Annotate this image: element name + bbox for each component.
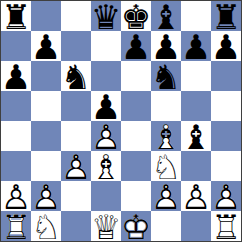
piece-glyph-outline: ♖	[211, 212, 241, 242]
piece-glyph-fill: ♟	[151, 182, 181, 212]
square-c5[interactable]	[61, 91, 91, 121]
square-a7[interactable]	[1, 31, 31, 61]
white-pawn-piece[interactable]: ♟♙	[31, 181, 61, 211]
black-bishop-piece[interactable]: ♝	[181, 121, 211, 151]
white-bishop-piece[interactable]: ♝♗	[91, 151, 121, 181]
square-h1[interactable]: ♜♖	[211, 211, 241, 241]
piece-glyph-solid: ♟	[151, 32, 181, 62]
square-c6[interactable]: ♞	[61, 61, 91, 91]
black-king-piece[interactable]: ♚	[121, 1, 151, 31]
black-pawn-piece[interactable]: ♟	[91, 91, 121, 121]
square-f1[interactable]	[151, 211, 181, 241]
piece-glyph-fill: ♝	[151, 122, 181, 152]
square-g6[interactable]	[181, 61, 211, 91]
piece-glyph-solid: ♜	[1, 2, 31, 32]
piece-glyph-solid: ♚	[121, 2, 151, 32]
square-a3[interactable]	[1, 151, 31, 181]
piece-glyph-solid: ♝	[151, 2, 181, 32]
square-f6[interactable]: ♞	[151, 61, 181, 91]
square-g3[interactable]	[181, 151, 211, 181]
white-pawn-piece[interactable]: ♟♙	[151, 181, 181, 211]
piece-glyph-outline: ♘	[151, 152, 181, 182]
white-rook-piece[interactable]: ♜♖	[211, 211, 241, 241]
white-bishop-piece[interactable]: ♝♗	[151, 121, 181, 151]
square-g1[interactable]	[181, 211, 211, 241]
square-c3[interactable]: ♟♙	[61, 151, 91, 181]
piece-glyph-outline: ♘	[31, 212, 61, 242]
square-b6[interactable]	[31, 61, 61, 91]
piece-glyph-fill: ♝	[91, 152, 121, 182]
square-c8[interactable]	[61, 1, 91, 31]
white-queen-piece[interactable]: ♛♕	[91, 211, 121, 241]
piece-glyph-solid: ♛	[91, 2, 121, 32]
black-knight-piece[interactable]: ♞	[61, 61, 91, 91]
piece-glyph-fill: ♟	[181, 182, 211, 212]
square-f7[interactable]: ♟	[151, 31, 181, 61]
piece-glyph-outline: ♙	[91, 122, 121, 152]
white-king-piece[interactable]: ♚♔	[121, 211, 151, 241]
white-pawn-piece[interactable]: ♟♙	[61, 151, 91, 181]
white-rook-piece[interactable]: ♜♖	[1, 211, 31, 241]
piece-glyph-solid: ♟	[211, 32, 241, 62]
square-f8[interactable]: ♝	[151, 1, 181, 31]
piece-glyph-outline: ♗	[151, 122, 181, 152]
piece-glyph-solid: ♟	[91, 92, 121, 122]
square-d4[interactable]: ♟♙	[91, 121, 121, 151]
square-c1[interactable]	[61, 211, 91, 241]
piece-glyph-solid: ♟	[121, 32, 151, 62]
black-knight-piece[interactable]: ♞	[151, 61, 181, 91]
square-b3[interactable]	[31, 151, 61, 181]
square-b4[interactable]	[31, 121, 61, 151]
piece-glyph-outline: ♙	[1, 182, 31, 212]
square-a8[interactable]: ♜	[1, 1, 31, 31]
black-pawn-piece[interactable]: ♟	[211, 31, 241, 61]
piece-glyph-fill: ♛	[91, 212, 121, 242]
piece-glyph-fill: ♟	[1, 182, 31, 212]
piece-glyph-solid: ♝	[181, 122, 211, 152]
square-h7[interactable]: ♟	[211, 31, 241, 61]
piece-glyph-fill: ♟	[61, 152, 91, 182]
black-pawn-piece[interactable]: ♟	[1, 61, 31, 91]
square-h5[interactable]	[211, 91, 241, 121]
piece-glyph-outline: ♕	[91, 212, 121, 242]
square-d6[interactable]	[91, 61, 121, 91]
square-a4[interactable]	[1, 121, 31, 151]
square-h3[interactable]	[211, 151, 241, 181]
piece-glyph-solid: ♟	[1, 62, 31, 92]
piece-glyph-outline: ♙	[181, 182, 211, 212]
piece-glyph-outline: ♖	[1, 212, 31, 242]
square-g4[interactable]: ♝	[181, 121, 211, 151]
square-b1[interactable]: ♞♘	[31, 211, 61, 241]
square-e6[interactable]	[121, 61, 151, 91]
square-c7[interactable]	[61, 31, 91, 61]
black-rook-piece[interactable]: ♜	[211, 1, 241, 31]
piece-glyph-outline: ♙	[31, 182, 61, 212]
piece-glyph-outline: ♙	[151, 182, 181, 212]
piece-glyph-outline: ♙	[211, 182, 241, 212]
square-a1[interactable]: ♜♖	[1, 211, 31, 241]
white-knight-piece[interactable]: ♞♘	[31, 211, 61, 241]
square-d8[interactable]: ♛	[91, 1, 121, 31]
black-pawn-piece[interactable]: ♟	[121, 31, 151, 61]
square-e8[interactable]: ♚	[121, 1, 151, 31]
piece-glyph-solid: ♞	[151, 62, 181, 92]
white-pawn-piece[interactable]: ♟♙	[181, 181, 211, 211]
square-f5[interactable]	[151, 91, 181, 121]
piece-glyph-solid: ♟	[31, 32, 61, 62]
piece-glyph-fill: ♚	[121, 212, 151, 242]
black-pawn-piece[interactable]: ♟	[31, 31, 61, 61]
square-d7[interactable]	[91, 31, 121, 61]
square-g8[interactable]	[181, 1, 211, 31]
black-rook-piece[interactable]: ♜	[1, 1, 31, 31]
square-f3[interactable]: ♞♘	[151, 151, 181, 181]
square-a2[interactable]: ♟♙	[1, 181, 31, 211]
square-g2[interactable]: ♟♙	[181, 181, 211, 211]
square-b5[interactable]	[31, 91, 61, 121]
square-h6[interactable]	[211, 61, 241, 91]
black-pawn-piece[interactable]: ♟	[181, 31, 211, 61]
square-e1[interactable]: ♚♔	[121, 211, 151, 241]
piece-glyph-solid: ♜	[211, 2, 241, 32]
piece-glyph-fill: ♜	[1, 212, 31, 242]
black-pawn-piece[interactable]: ♟	[151, 31, 181, 61]
square-c4[interactable]	[61, 121, 91, 151]
square-e4[interactable]	[121, 121, 151, 151]
square-f4[interactable]: ♝♗	[151, 121, 181, 151]
piece-glyph-fill: ♟	[31, 182, 61, 212]
square-h4[interactable]	[211, 121, 241, 151]
square-e3[interactable]	[121, 151, 151, 181]
square-d5[interactable]: ♟	[91, 91, 121, 121]
piece-glyph-fill: ♞	[151, 152, 181, 182]
square-d1[interactable]: ♛♕	[91, 211, 121, 241]
square-d3[interactable]: ♝♗	[91, 151, 121, 181]
square-g7[interactable]: ♟	[181, 31, 211, 61]
piece-glyph-outline: ♔	[121, 212, 151, 242]
white-knight-piece[interactable]: ♞♘	[151, 151, 181, 181]
piece-glyph-solid: ♟	[181, 32, 211, 62]
square-c2[interactable]	[61, 181, 91, 211]
piece-glyph-fill: ♟	[211, 182, 241, 212]
chess-board: ♜♛♚♝♜♟♟♟♟♟♟♞♞♟♟♙♝♗♝♟♙♝♗♞♘♟♙♟♙♟♙♟♙♟♙♜♖♞♘♛…	[0, 0, 242, 242]
piece-glyph-fill: ♞	[31, 212, 61, 242]
square-a6[interactable]: ♟	[1, 61, 31, 91]
square-d2[interactable]	[91, 181, 121, 211]
piece-glyph-fill: ♜	[211, 212, 241, 242]
white-pawn-piece[interactable]: ♟♙	[211, 181, 241, 211]
piece-glyph-outline: ♗	[91, 152, 121, 182]
square-e5[interactable]	[121, 91, 151, 121]
piece-glyph-outline: ♙	[61, 152, 91, 182]
square-f2[interactable]: ♟♙	[151, 181, 181, 211]
square-h8[interactable]: ♜	[211, 1, 241, 31]
square-b2[interactable]: ♟♙	[31, 181, 61, 211]
square-g5[interactable]	[181, 91, 211, 121]
white-pawn-piece[interactable]: ♟♙	[91, 121, 121, 151]
black-queen-piece[interactable]: ♛	[91, 1, 121, 31]
square-e2[interactable]	[121, 181, 151, 211]
piece-glyph-fill: ♟	[91, 122, 121, 152]
square-a5[interactable]	[1, 91, 31, 121]
black-bishop-piece[interactable]: ♝	[151, 1, 181, 31]
square-b7[interactable]: ♟	[31, 31, 61, 61]
square-b8[interactable]	[31, 1, 61, 31]
white-pawn-piece[interactable]: ♟♙	[1, 181, 31, 211]
square-h2[interactable]: ♟♙	[211, 181, 241, 211]
square-e7[interactable]: ♟	[121, 31, 151, 61]
piece-glyph-solid: ♞	[61, 62, 91, 92]
